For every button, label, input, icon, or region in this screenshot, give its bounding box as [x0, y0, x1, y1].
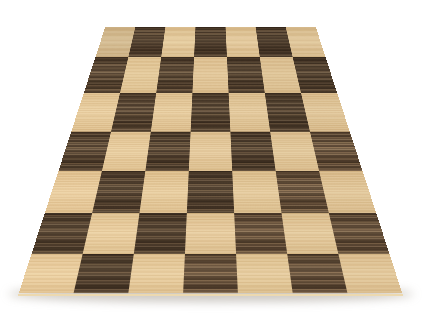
- board-square-g5: [301, 92, 350, 131]
- board-square-b1: [73, 253, 133, 293]
- board-square-f1: [287, 253, 347, 293]
- board-square-d7: [194, 27, 227, 57]
- product-photo-stage: [0, 0, 425, 322]
- board-square-d1: [183, 253, 238, 293]
- board-square-d2: [185, 213, 236, 254]
- board-square-e3: [232, 171, 281, 213]
- board-square-b5: [111, 92, 156, 131]
- board-square-e2: [234, 213, 287, 254]
- board-square-g4: [310, 131, 363, 171]
- board-square-e7: [226, 27, 260, 57]
- checkerboard-rug: [18, 27, 403, 295]
- board-square-g2: [329, 213, 390, 254]
- board-square-a1: [19, 253, 83, 293]
- board-square-c6: [156, 56, 194, 92]
- board-square-d5: [191, 92, 231, 131]
- board-square-c5: [151, 92, 193, 131]
- board-square-b3: [92, 171, 145, 213]
- board-square-b7: [128, 27, 165, 57]
- board-square-c1: [128, 253, 185, 293]
- board-square-d3: [187, 171, 234, 213]
- board-square-e1: [236, 253, 293, 293]
- board-square-b4: [102, 131, 151, 171]
- board-square-c7: [161, 27, 195, 57]
- board-square-b2: [83, 213, 140, 254]
- board-square-e6: [227, 56, 265, 92]
- board-square-g7: [286, 27, 326, 57]
- board-square-g1: [338, 253, 402, 293]
- board-square-c4: [145, 131, 190, 171]
- board-square-e4: [230, 131, 275, 171]
- board-square-c3: [139, 171, 188, 213]
- board-square-d4: [189, 131, 232, 171]
- board-square-b6: [120, 56, 161, 92]
- board-square-c2: [134, 213, 187, 254]
- board-square-d6: [192, 56, 228, 92]
- board-square-e5: [229, 92, 271, 131]
- board-square-g6: [293, 56, 337, 92]
- board-square-g3: [319, 171, 376, 213]
